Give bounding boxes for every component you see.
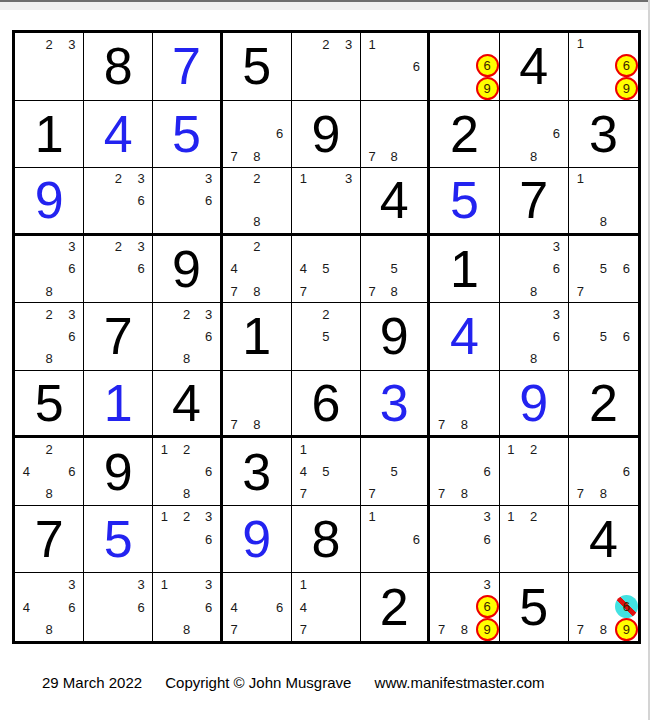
pencil-marks: 1236 — [153, 506, 219, 573]
pencil-pos-4 — [15, 258, 38, 280]
pencil-pos-9 — [337, 280, 360, 302]
pencil-pos-8 — [38, 77, 61, 99]
cell-r8c9[interactable]: 4 — [569, 506, 638, 574]
pencil-pos-3 — [337, 573, 360, 596]
pencil-pos-8 — [176, 211, 198, 233]
pencil-pos-3: 3 — [60, 236, 83, 258]
candidate-7: 7 — [369, 486, 376, 501]
cell-r5c6[interactable]: 9 — [361, 303, 430, 371]
pencil-pos-1 — [500, 101, 523, 123]
candidate-6: 6 — [553, 329, 560, 344]
pencil-pos-5 — [176, 190, 198, 212]
pencil-pos-7 — [500, 348, 523, 370]
given-digit: 5 — [242, 40, 271, 92]
pencil-pos-3 — [337, 236, 360, 258]
pencil-pos-9 — [476, 550, 499, 572]
given-digit: 5 — [519, 581, 548, 633]
pencil-pos-9 — [130, 280, 153, 302]
pencil-pos-9 — [545, 145, 568, 167]
candidate-7: 7 — [230, 622, 237, 637]
cell-r9c4[interactable]: 467 — [223, 573, 292, 641]
cell-r1c5[interactable]: 23 — [292, 33, 361, 101]
candidate-7: 7 — [300, 622, 307, 637]
pencil-marks: 16 — [361, 33, 427, 100]
candidate-8: 8 — [183, 486, 190, 501]
pencil-pos-5: 5 — [383, 461, 405, 483]
cell-r8c2[interactable]: 5 — [84, 506, 153, 574]
given-digit: 4 — [519, 40, 548, 92]
cell-r3c4[interactable]: 28 — [223, 168, 292, 236]
cell-r4c8[interactable]: 368 — [500, 236, 569, 304]
pencil-pos-2: 2 — [38, 33, 61, 55]
cell-r2c2[interactable]: 4 — [84, 101, 153, 169]
candidate-6: 6 — [137, 600, 144, 615]
pencil-pos-5 — [245, 258, 268, 280]
pencil-pos-3: 3 — [337, 168, 360, 190]
candidate-7: 7 — [300, 486, 307, 501]
cell-r7c5[interactable]: 1457 — [292, 438, 361, 506]
cell-r8c1[interactable]: 7 — [15, 506, 84, 574]
given-digit: 2 — [589, 377, 618, 429]
pencil-pos-7 — [84, 280, 107, 302]
pencil-pos-2 — [315, 236, 338, 258]
pencil-pos-5 — [383, 55, 405, 77]
given-digit: 3 — [242, 446, 271, 498]
pencil-pos-2 — [592, 303, 615, 325]
cell-r6c6[interactable]: 3 — [361, 371, 430, 439]
pencil-pos-4 — [84, 190, 107, 212]
candidate-5: 5 — [391, 464, 398, 479]
pencil-pos-7: 7 — [361, 483, 383, 505]
cell-r7c1[interactable]: 2468 — [15, 438, 84, 506]
pencil-pos-5 — [245, 190, 268, 212]
pencil-pos-4 — [361, 258, 383, 280]
cell-r2c1[interactable]: 1 — [15, 101, 84, 169]
pencil-pos-7 — [500, 550, 523, 572]
pencil-pos-6: 6 — [198, 325, 220, 347]
cell-r2c4[interactable]: 678 — [223, 101, 292, 169]
pencil-pos-1 — [500, 303, 523, 325]
pencil-pos-5 — [453, 461, 476, 483]
pencil-pos-8: 8 — [383, 280, 405, 302]
cell-r3c7[interactable]: 5 — [430, 168, 499, 236]
pencil-pos-3: 3 — [130, 168, 153, 190]
pencil-pos-8 — [592, 280, 615, 302]
pencil-pos-2 — [522, 303, 545, 325]
solved-digit: 3 — [380, 377, 409, 429]
pencil-pos-6: 6 — [198, 461, 220, 483]
pencil-pos-7 — [84, 211, 107, 233]
cell-r4c3[interactable]: 9 — [153, 236, 222, 304]
pencil-pos-8: 8 — [522, 348, 545, 370]
candidate-5: 5 — [600, 329, 607, 344]
pencil-pos-7 — [500, 280, 523, 302]
cell-r1c6[interactable]: 16 — [361, 33, 430, 101]
candidate-6: 6 — [413, 532, 420, 547]
cell-r2c8[interactable]: 68 — [500, 101, 569, 169]
cell-r6c3[interactable]: 4 — [153, 371, 222, 439]
pencil-pos-5 — [176, 461, 198, 483]
pencil-pos-9 — [405, 550, 427, 572]
candidate-6: 6 — [484, 532, 491, 547]
pencil-pos-1 — [153, 303, 175, 325]
candidate-7: 7 — [300, 284, 307, 299]
candidate-8: 8 — [461, 622, 468, 637]
candidate-3: 3 — [205, 171, 212, 186]
cell-r5c8[interactable]: 368 — [500, 303, 569, 371]
pencil-pos-7 — [361, 550, 383, 572]
pencil-pos-6: 6 — [615, 54, 638, 77]
candidate-1: 1 — [300, 442, 307, 457]
pencil-pos-5 — [592, 461, 615, 483]
solved-digit: 5 — [450, 174, 479, 226]
pencil-pos-9 — [337, 483, 360, 505]
cell-r6c2[interactable]: 1 — [84, 371, 153, 439]
pencil-pos-1 — [84, 573, 107, 596]
pencil-pos-7: 7 — [223, 145, 246, 167]
cell-r5c7[interactable]: 4 — [430, 303, 499, 371]
pencil-pos-3 — [405, 506, 427, 528]
pencil-pos-1: 1 — [292, 438, 315, 460]
pencil-marks: 678 — [430, 438, 498, 505]
cell-r1c7[interactable]: 69 — [430, 33, 499, 101]
given-digit: 6 — [312, 377, 341, 429]
cell-r9c9[interactable]: 6789 — [569, 573, 638, 641]
cell-r1c8[interactable]: 4 — [500, 33, 569, 101]
pencil-pos-8: 8 — [38, 483, 61, 505]
pencil-pos-8 — [315, 618, 338, 641]
pencil-pos-9 — [615, 280, 638, 302]
pencil-pos-4 — [15, 325, 38, 347]
candidate-6: 6 — [205, 329, 212, 344]
cell-r8c3[interactable]: 1236 — [153, 506, 222, 574]
pencil-pos-4 — [292, 325, 315, 347]
pencil-marks: 16 — [361, 506, 427, 573]
pencil-pos-3 — [337, 303, 360, 325]
candidate-3: 3 — [68, 577, 75, 592]
pencil-pos-3 — [337, 438, 360, 460]
pencil-pos-1: 1 — [153, 506, 175, 528]
pencil-pos-8 — [176, 550, 198, 572]
pencil-pos-9 — [405, 483, 427, 505]
cell-r5c4[interactable]: 1 — [223, 303, 292, 371]
pencil-pos-7: 7 — [223, 280, 246, 302]
pencil-pos-6 — [545, 528, 568, 550]
pencil-pos-8: 8 — [38, 618, 61, 641]
pencil-pos-3 — [615, 168, 638, 190]
cell-r6c4[interactable]: 78 — [223, 371, 292, 439]
pencil-pos-9 — [198, 211, 220, 233]
pencil-pos-2 — [592, 438, 615, 460]
pencil-pos-2 — [38, 236, 61, 258]
pencil-pos-1 — [292, 303, 315, 325]
pencil-pos-2 — [383, 236, 405, 258]
cell-r5c2[interactable]: 7 — [84, 303, 153, 371]
pencil-pos-4 — [361, 55, 383, 77]
cell-r2c3[interactable]: 5 — [153, 101, 222, 169]
pencil-pos-8 — [522, 550, 545, 572]
pencil-pos-7 — [15, 618, 38, 641]
pencil-pos-2: 2 — [315, 33, 338, 55]
pencil-pos-8: 8 — [38, 348, 61, 370]
given-digit: 8 — [104, 40, 133, 92]
pencil-pos-7: 7 — [569, 280, 592, 302]
pencil-pos-4 — [153, 325, 175, 347]
candidate-3: 3 — [345, 37, 352, 52]
cell-r4c2[interactable]: 236 — [84, 236, 153, 304]
pencil-pos-9 — [615, 348, 638, 370]
pencil-pos-2 — [453, 438, 476, 460]
pencil-pos-6: 6 — [198, 528, 220, 550]
cell-r6c7[interactable]: 78 — [430, 371, 499, 439]
cell-r6c8[interactable]: 9 — [500, 371, 569, 439]
cell-r2c7[interactable]: 2 — [430, 101, 499, 169]
pencil-pos-4 — [153, 596, 175, 619]
pencil-pos-8: 8 — [245, 414, 268, 436]
cell-r1c1[interactable]: 23 — [15, 33, 84, 101]
pencil-pos-2 — [176, 573, 198, 596]
pencil-pos-9 — [60, 483, 83, 505]
cell-r9c7[interactable]: 36789 — [430, 573, 499, 641]
pencil-marks: 6789 — [569, 573, 638, 641]
pencil-pos-6: 6 — [476, 528, 499, 550]
pencil-pos-5 — [38, 596, 61, 619]
pencil-pos-6: 6 — [60, 596, 83, 619]
candidate-3: 3 — [68, 37, 75, 52]
candidate-8: 8 — [391, 284, 398, 299]
pencil-pos-5 — [592, 54, 615, 77]
pencil-pos-9 — [268, 280, 291, 302]
pencil-pos-2 — [592, 573, 615, 595]
pencil-pos-6: 6 — [615, 258, 638, 280]
candidate-8: 8 — [45, 622, 52, 637]
candidate-7: 7 — [577, 284, 584, 299]
pencil-pos-5 — [522, 123, 545, 145]
pencil-marks: 78 — [361, 101, 427, 168]
pencil-pos-1 — [430, 371, 453, 393]
cell-r1c2[interactable]: 8 — [84, 33, 153, 101]
cell-r9c1[interactable]: 3468 — [15, 573, 84, 641]
candidate-4: 4 — [23, 600, 30, 615]
pencil-marks: 1457 — [292, 438, 360, 505]
pencil-pos-3 — [545, 506, 568, 528]
cell-r2c5[interactable]: 9 — [292, 101, 361, 169]
pencil-pos-7 — [292, 211, 315, 233]
pencil-pos-3: 3 — [476, 506, 499, 528]
pencil-pos-7 — [15, 348, 38, 370]
pencil-pos-8 — [245, 618, 268, 641]
cell-r7c9[interactable]: 678 — [569, 438, 638, 506]
cell-r9c6[interactable]: 2 — [361, 573, 430, 641]
cell-r5c1[interactable]: 2368 — [15, 303, 84, 371]
pencil-pos-7 — [153, 211, 175, 233]
cell-r5c3[interactable]: 2368 — [153, 303, 222, 371]
pencil-pos-2 — [176, 168, 198, 190]
candidate-6-eliminated: 6 — [615, 595, 638, 618]
pencil-pos-4: 4 — [292, 461, 315, 483]
cell-r4c6[interactable]: 578 — [361, 236, 430, 304]
pencil-pos-7 — [569, 211, 592, 233]
pencil-pos-4 — [153, 190, 175, 212]
pencil-pos-5 — [383, 123, 405, 145]
cell-r3c9[interactable]: 18 — [569, 168, 638, 236]
pencil-pos-8 — [315, 348, 338, 370]
pencil-pos-2 — [453, 506, 476, 528]
pencil-pos-8 — [592, 348, 615, 370]
pencil-pos-7: 7 — [223, 618, 246, 641]
pencil-pos-2 — [315, 573, 338, 596]
cell-r1c3[interactable]: 7 — [153, 33, 222, 101]
cell-r6c1[interactable]: 5 — [15, 371, 84, 439]
pencil-marks: 368 — [500, 303, 568, 370]
cell-r4c9[interactable]: 567 — [569, 236, 638, 304]
candidate-7: 7 — [369, 284, 376, 299]
cell-r9c8[interactable]: 5 — [500, 573, 569, 641]
cell-r8c6[interactable]: 16 — [361, 506, 430, 574]
cell-r7c4[interactable]: 3 — [223, 438, 292, 506]
candidate-3: 3 — [345, 171, 352, 186]
pencil-pos-3: 3 — [130, 236, 153, 258]
cell-r7c7[interactable]: 678 — [430, 438, 499, 506]
pencil-pos-8 — [453, 550, 476, 572]
pencil-pos-9 — [268, 211, 291, 233]
pencil-pos-2: 2 — [315, 303, 338, 325]
candidate-3: 3 — [205, 509, 212, 524]
cell-r7c2[interactable]: 9 — [84, 438, 153, 506]
pencil-pos-9 — [615, 211, 638, 233]
cell-r6c9[interactable]: 2 — [569, 371, 638, 439]
pencil-pos-4 — [500, 123, 523, 145]
cell-r9c5[interactable]: 147 — [292, 573, 361, 641]
pencil-pos-1 — [361, 438, 383, 460]
cell-r8c4[interactable]: 9 — [223, 506, 292, 574]
pencil-pos-8 — [522, 483, 545, 505]
cell-r3c6[interactable]: 4 — [361, 168, 430, 236]
candidate-2: 2 — [183, 442, 190, 457]
pencil-pos-6: 6 — [130, 258, 153, 280]
cell-r5c9[interactable]: 56 — [569, 303, 638, 371]
pencil-pos-8 — [383, 483, 405, 505]
cell-r8c8[interactable]: 12 — [500, 506, 569, 574]
pencil-pos-2: 2 — [176, 438, 198, 460]
pencil-pos-6: 6 — [615, 595, 638, 618]
pencil-pos-3: 3 — [545, 236, 568, 258]
pencil-pos-9 — [476, 414, 499, 436]
cell-r4c1[interactable]: 368 — [15, 236, 84, 304]
pencil-marks: 36 — [153, 168, 219, 233]
pencil-pos-4 — [84, 258, 107, 280]
pencil-pos-5 — [522, 258, 545, 280]
pencil-marks: 36 — [84, 573, 152, 641]
cell-r4c5[interactable]: 457 — [292, 236, 361, 304]
cell-r6c5[interactable]: 6 — [292, 371, 361, 439]
pencil-pos-6 — [405, 461, 427, 483]
pencil-pos-9 — [337, 618, 360, 641]
cell-r9c2[interactable]: 36 — [84, 573, 153, 641]
pencil-pos-5 — [176, 596, 198, 619]
pencil-pos-7 — [430, 77, 453, 100]
cell-r2c6[interactable]: 78 — [361, 101, 430, 169]
cell-r7c3[interactable]: 1268 — [153, 438, 222, 506]
pencil-marks: 1268 — [153, 438, 219, 505]
pencil-pos-3: 3 — [337, 33, 360, 55]
pencil-pos-7 — [153, 618, 175, 641]
pencil-marks: 18 — [569, 168, 638, 233]
cell-r3c2[interactable]: 236 — [84, 168, 153, 236]
candidate-6: 6 — [484, 464, 491, 479]
pencil-pos-4 — [223, 123, 246, 145]
cell-r5c5[interactable]: 25 — [292, 303, 361, 371]
cell-r1c4[interactable]: 5 — [223, 33, 292, 101]
pencil-pos-7: 7 — [430, 414, 453, 436]
pencil-pos-2: 2 — [245, 236, 268, 258]
pencil-pos-1 — [223, 573, 246, 596]
candidate-1: 1 — [300, 171, 307, 186]
pencil-pos-4 — [292, 55, 315, 77]
pencil-pos-7 — [500, 483, 523, 505]
pencil-pos-3 — [615, 573, 638, 595]
cell-r3c5[interactable]: 13 — [292, 168, 361, 236]
given-digit: 7 — [104, 310, 133, 362]
cell-r9c3[interactable]: 1368 — [153, 573, 222, 641]
cell-r3c8[interactable]: 7 — [500, 168, 569, 236]
pencil-pos-3 — [268, 101, 291, 123]
pencil-pos-2: 2 — [522, 438, 545, 460]
footer-date: 29 March 2022 — [42, 674, 142, 691]
cell-r3c1[interactable]: 9 — [15, 168, 84, 236]
cell-r8c7[interactable]: 36 — [430, 506, 499, 574]
pencil-pos-6: 6 — [198, 596, 220, 619]
pencil-pos-8: 8 — [453, 483, 476, 505]
pencil-pos-4 — [361, 528, 383, 550]
candidate-6: 6 — [553, 126, 560, 141]
pencil-marks: 368 — [500, 236, 568, 303]
cell-r2c9[interactable]: 3 — [569, 101, 638, 169]
pencil-pos-3: 3 — [198, 168, 220, 190]
pencil-pos-8: 8 — [383, 145, 405, 167]
pencil-pos-2: 2 — [176, 506, 198, 528]
cell-r8c5[interactable]: 8 — [292, 506, 361, 574]
candidate-1: 1 — [369, 37, 376, 52]
candidate-1: 1 — [507, 509, 514, 524]
candidate-8: 8 — [183, 351, 190, 366]
candidate-6: 6 — [205, 532, 212, 547]
pencil-pos-9 — [545, 550, 568, 572]
pencil-pos-9 — [60, 280, 83, 302]
candidate-8: 8 — [461, 417, 468, 432]
pencil-pos-3: 3 — [130, 573, 153, 596]
candidate-6: 6 — [205, 600, 212, 615]
pencil-marks: 23 — [15, 33, 83, 100]
pencil-pos-5 — [522, 528, 545, 550]
cell-r7c6[interactable]: 57 — [361, 438, 430, 506]
cell-r4c4[interactable]: 2478 — [223, 236, 292, 304]
pencil-pos-1 — [569, 303, 592, 325]
cell-r4c7[interactable]: 1 — [430, 236, 499, 304]
pencil-pos-1 — [223, 168, 246, 190]
cell-r7c8[interactable]: 12 — [500, 438, 569, 506]
pencil-pos-1: 1 — [500, 506, 523, 528]
pencil-pos-9 — [337, 211, 360, 233]
candidate-6: 6 — [137, 193, 144, 208]
candidate-5: 5 — [322, 329, 329, 344]
pencil-pos-5 — [315, 55, 338, 77]
pencil-pos-4 — [569, 595, 592, 618]
candidate-6: 6 — [413, 59, 420, 74]
pencil-pos-9 — [130, 618, 153, 641]
cell-r1c9[interactable]: 169 — [569, 33, 638, 101]
cell-r3c3[interactable]: 36 — [153, 168, 222, 236]
